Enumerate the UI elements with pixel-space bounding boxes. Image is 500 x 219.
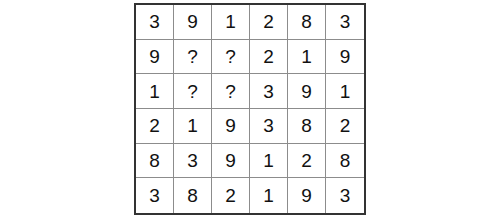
unknown-cell-r3c3[interactable]: ?: [212, 74, 250, 109]
grid-cell-r1c6: 3: [326, 5, 364, 40]
unknown-cell-r2c3[interactable]: ?: [212, 40, 250, 75]
grid-cell-r2c5: 1: [288, 40, 326, 75]
grid-cell-r6c2: 8: [174, 178, 212, 213]
grid-cell-r1c3: 1: [212, 5, 250, 40]
grid-cell-r1c4: 2: [250, 5, 288, 40]
grid-cell-r6c3: 2: [212, 178, 250, 213]
unknown-cell-r3c2[interactable]: ?: [174, 74, 212, 109]
grid-cell-r3c6: 1: [326, 74, 364, 109]
grid-cell-r3c4: 3: [250, 74, 288, 109]
grid-cell-r3c5: 9: [288, 74, 326, 109]
grid-cell-r2c4: 2: [250, 40, 288, 75]
grid-cell-r1c2: 9: [174, 5, 212, 40]
grid-cell-r2c6: 9: [326, 40, 364, 75]
grid-cell-r6c6: 3: [326, 178, 364, 213]
unknown-cell-r2c2[interactable]: ?: [174, 40, 212, 75]
grid-cell-r5c4: 1: [250, 144, 288, 179]
grid-cell-r4c6: 2: [326, 109, 364, 144]
grid-cell-r4c5: 8: [288, 109, 326, 144]
grid-cell-r5c5: 2: [288, 144, 326, 179]
grid-cell-r4c3: 9: [212, 109, 250, 144]
grid-cell-r6c1: 3: [136, 178, 174, 213]
grid-cell-r5c1: 8: [136, 144, 174, 179]
grid-cell-r5c2: 3: [174, 144, 212, 179]
grid-cell-r5c6: 8: [326, 144, 364, 179]
grid-cell-r4c2: 1: [174, 109, 212, 144]
grid-cell-r3c1: 1: [136, 74, 174, 109]
grid-cell-r4c4: 3: [250, 109, 288, 144]
grid-cell-r6c4: 1: [250, 178, 288, 213]
grid-cell-r2c1: 9: [136, 40, 174, 75]
puzzle-canvas: 3912839??2191??391219382839128382193: [0, 0, 500, 219]
grid-cell-r1c1: 3: [136, 5, 174, 40]
puzzle-grid: 3912839??2191??391219382839128382193: [134, 3, 366, 215]
grid-cell-r5c3: 9: [212, 144, 250, 179]
grid-cell-r1c5: 8: [288, 5, 326, 40]
grid-cell-r6c5: 9: [288, 178, 326, 213]
grid-cell-r4c1: 2: [136, 109, 174, 144]
